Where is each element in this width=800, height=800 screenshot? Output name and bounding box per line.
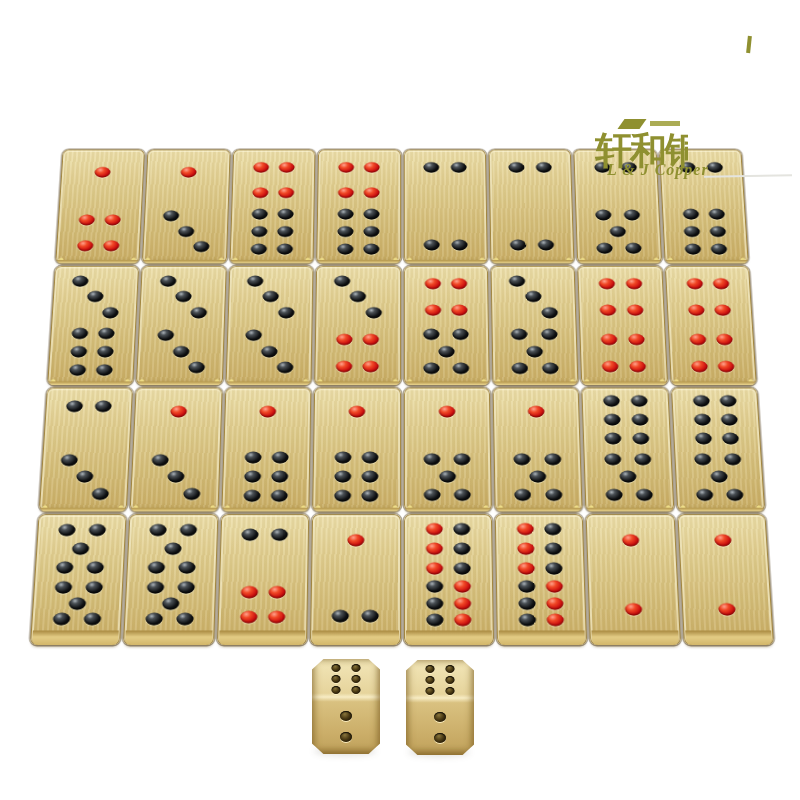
pip-black [271, 471, 288, 483]
tile-bottom-half [583, 206, 654, 258]
tile-top-half [323, 270, 393, 323]
tile-top-half [411, 270, 481, 323]
pip-black [278, 307, 294, 318]
die-pip [351, 675, 360, 683]
pip-black [720, 395, 737, 407]
pip-black [679, 162, 695, 173]
pip-black [178, 226, 194, 237]
pip-red [625, 278, 641, 289]
die-pip [445, 665, 454, 673]
tile-top-half [235, 270, 306, 323]
pip-black [610, 226, 626, 237]
tile-bottom-half [688, 579, 764, 628]
pip-red [714, 305, 731, 316]
tile-top-half [500, 392, 573, 447]
pip-black [544, 523, 561, 535]
pip-black [69, 364, 86, 375]
tile-top-half [239, 154, 308, 205]
pip-black [603, 395, 620, 407]
logo-bar-line [650, 121, 680, 126]
tile-top-half [411, 392, 483, 447]
pip-red [240, 611, 257, 623]
die-pip [351, 664, 360, 672]
pip-red [103, 240, 119, 251]
pip-black [102, 307, 119, 318]
tile-bottom-half [682, 449, 757, 506]
tile-bottom-half [233, 324, 305, 378]
pip-black [684, 226, 700, 237]
tile-bottom-half [132, 579, 208, 628]
pip-black [518, 597, 535, 609]
pip-black [515, 489, 532, 501]
pip-red [336, 334, 352, 345]
die-pip [434, 712, 446, 722]
pip-black [271, 490, 288, 502]
pip-black [709, 209, 725, 220]
pip-black [423, 363, 439, 374]
pip-black [683, 209, 699, 220]
pip-black [596, 243, 612, 254]
domino-tile-6-5 [582, 387, 674, 511]
pip-black [509, 162, 525, 173]
pip-red [602, 361, 619, 372]
pip-black [606, 489, 623, 501]
tile-bottom-half [225, 579, 300, 628]
pip-red [627, 305, 643, 316]
pip-red [691, 361, 708, 372]
pip-black [157, 330, 174, 341]
die-pip [340, 711, 352, 721]
pip-black [512, 363, 528, 374]
tile-bottom-half [55, 324, 128, 378]
pip-black [710, 471, 727, 483]
tile-top-half [666, 154, 737, 205]
pip-black [86, 561, 103, 573]
pip-black [695, 433, 712, 445]
pip-black [251, 226, 267, 237]
pip-black [245, 452, 262, 464]
tile-bottom-half [669, 206, 741, 258]
pip-black [525, 291, 541, 302]
pip-red [454, 597, 471, 609]
pip-black [162, 597, 179, 609]
pip-black [451, 239, 467, 250]
tile-bottom-half [138, 449, 212, 506]
die-front-face-2 [414, 702, 466, 751]
tile-top-half [679, 392, 753, 447]
tile-bottom-half [320, 449, 392, 506]
pip-black [245, 330, 261, 341]
tile-top-half [411, 520, 484, 578]
tile-top-half [325, 154, 393, 205]
tile-top-half [42, 520, 118, 578]
tile-bottom-half [39, 579, 115, 628]
pip-black [693, 395, 710, 407]
pip-black [188, 362, 205, 373]
pip-black [96, 364, 113, 375]
pip-red [547, 614, 564, 627]
die-front-face-2 [320, 701, 372, 750]
pip-black [621, 162, 637, 173]
pip-black [69, 597, 87, 609]
pip-black [97, 346, 114, 357]
pip-black [332, 610, 349, 622]
pip-black [350, 291, 366, 302]
domino-tile-1-1 [677, 514, 774, 645]
pip-black [450, 162, 466, 173]
pip-black [193, 242, 209, 253]
pip-black [92, 488, 109, 500]
pip-black [453, 363, 469, 374]
tile-top-half [141, 392, 214, 447]
pip-black [518, 581, 535, 593]
tile-top-half [585, 270, 657, 323]
pip-black [453, 328, 469, 339]
domino-tile-6-6 [403, 514, 493, 645]
pip-black [244, 471, 261, 483]
pip-black [545, 562, 562, 574]
pip-red [451, 278, 467, 289]
tile-bottom-half [412, 579, 486, 628]
pip-black [148, 561, 165, 573]
pip-red [546, 597, 563, 609]
pip-red [716, 334, 733, 345]
pip-red [546, 581, 563, 593]
tile-bottom-half [501, 449, 574, 506]
die-pip [351, 686, 360, 694]
pip-black [438, 346, 454, 357]
pip-red [517, 523, 534, 535]
pip-red [253, 162, 269, 173]
pip-black [263, 291, 279, 302]
pip-black [630, 395, 647, 407]
die-pip [340, 732, 352, 742]
pip-red [601, 334, 618, 345]
domino-tile-1-5 [493, 387, 583, 511]
domino-tile-3-5 [490, 266, 578, 385]
pip-red [426, 523, 443, 535]
pip-black [180, 524, 197, 536]
pip-red [364, 162, 380, 173]
tile-bottom-half [504, 579, 579, 628]
die-pip [332, 664, 341, 672]
pip-red [439, 406, 455, 418]
pip-black [183, 488, 200, 500]
pip-black [172, 346, 189, 357]
pip-red [170, 406, 187, 418]
pip-black [453, 542, 470, 554]
pip-black [624, 210, 640, 221]
pip-black [424, 239, 440, 250]
pip-red [718, 603, 736, 615]
pip-black [426, 614, 443, 627]
pip-black [721, 414, 738, 426]
pip-black [338, 209, 354, 220]
pip-red [426, 542, 443, 554]
pip-black [335, 471, 352, 483]
pip-red [426, 562, 443, 574]
die-pip [426, 687, 435, 695]
pip-black [636, 489, 653, 501]
die-pip [445, 676, 454, 684]
pip-black [604, 453, 621, 465]
die-pip [426, 676, 435, 684]
tile-bottom-half [324, 206, 393, 258]
tile-top-half [153, 154, 223, 205]
tile-bottom-half [587, 324, 659, 378]
tile-top-half [67, 154, 138, 205]
tile-top-half [581, 154, 651, 205]
pip-red [686, 278, 703, 289]
domino-tile-1-6 [221, 387, 311, 511]
pip-black [334, 275, 350, 286]
pip-red [268, 611, 285, 623]
tile-bottom-half [63, 206, 135, 258]
pip-red [629, 361, 646, 372]
tile-top-half [685, 520, 761, 578]
pip-black [625, 243, 641, 254]
pip-black [160, 275, 176, 286]
tile-bottom-half [596, 579, 672, 628]
pip-red [718, 361, 735, 372]
pip-black [424, 453, 441, 465]
pip-black [362, 452, 379, 464]
pip-red [517, 542, 534, 554]
domino-tile-1-6 [312, 387, 400, 511]
pip-red [425, 305, 441, 316]
pip-black [88, 524, 105, 536]
die-top-face-6 [319, 662, 373, 696]
pip-red [278, 187, 294, 198]
pip-black [149, 524, 166, 536]
pip-black [58, 524, 75, 536]
pip-black [261, 346, 277, 357]
pip-black [694, 414, 711, 426]
domino-tile-3-3 [225, 266, 313, 385]
pip-black [83, 613, 101, 625]
pip-black [334, 490, 351, 502]
pip-black [529, 471, 546, 483]
pip-black [538, 239, 554, 250]
pip-black [164, 542, 181, 554]
domino-tile-1-1 [586, 514, 681, 645]
tile-top-half [59, 270, 132, 323]
tile-top-half [321, 392, 393, 447]
pip-black [362, 471, 379, 483]
pip-black [454, 453, 471, 465]
pip-black [706, 162, 722, 173]
pip-red [454, 581, 471, 593]
pip-black [271, 528, 288, 540]
pip-black [545, 542, 562, 554]
tile-bottom-half [592, 449, 666, 506]
pip-red [628, 334, 645, 345]
tile-bottom-half [319, 579, 393, 628]
pip-black [710, 226, 726, 237]
domino-tile-4-6 [229, 150, 315, 264]
domino-tile-6-5 [671, 387, 765, 511]
brass-die-right [406, 660, 474, 755]
pip-black [72, 275, 89, 286]
domino-tile-5-5 [30, 514, 127, 645]
pip-black [453, 562, 470, 574]
pip-red [364, 187, 380, 198]
pip-black [711, 244, 727, 255]
pip-black [95, 401, 112, 413]
pip-black [454, 489, 471, 501]
pip-black [727, 489, 744, 501]
pip-black [364, 209, 380, 220]
pip-red [425, 278, 441, 289]
pip-black [272, 452, 289, 464]
pip-black [362, 490, 379, 502]
pip-black [87, 291, 104, 302]
pip-black [72, 542, 89, 554]
pip-black [519, 614, 536, 627]
pip-red [451, 305, 467, 316]
pip-black [366, 307, 382, 318]
brass-die-left [312, 659, 380, 754]
pip-black [362, 610, 379, 622]
tile-top-half [411, 154, 479, 205]
pip-red [713, 278, 730, 289]
die-pip [332, 686, 341, 694]
logo-bar-parallelogram [617, 119, 646, 129]
tile-bottom-half [499, 324, 571, 378]
pip-black [545, 489, 562, 501]
tile-top-half [147, 270, 219, 323]
domino-tile-2-6 [659, 150, 749, 264]
pip-black [595, 210, 611, 221]
pip-black [85, 581, 103, 593]
die-pip [434, 733, 446, 743]
tile-bottom-half [237, 206, 307, 258]
pip-black [190, 307, 206, 318]
domino-tile-3-4 [314, 266, 400, 385]
pip-black [277, 244, 293, 255]
die-pip [426, 665, 435, 673]
domino-tile-3-3 [136, 266, 226, 385]
pip-red [279, 162, 295, 173]
pip-black [453, 523, 470, 535]
pip-black [147, 581, 164, 593]
pip-black [696, 489, 713, 501]
pip-black [247, 275, 263, 286]
pip-black [54, 581, 72, 593]
pip-black [98, 327, 115, 338]
pip-black [544, 453, 561, 465]
pip-black [242, 528, 259, 540]
domino-tile-4-5 [403, 266, 489, 385]
pip-black [724, 453, 741, 465]
pip-black [510, 239, 526, 250]
pip-black [76, 471, 93, 483]
tile-bottom-half [150, 206, 221, 258]
domino-tile-4-4 [665, 266, 757, 385]
pip-black [364, 226, 380, 237]
pip-black [439, 471, 456, 483]
pip-black [694, 453, 711, 465]
tile-top-half [496, 154, 565, 205]
pip-black [179, 561, 196, 573]
pip-red [336, 361, 352, 372]
pip-black [604, 414, 621, 426]
pip-black [167, 471, 184, 483]
domino-tile-1-3 [142, 150, 230, 264]
pip-black [243, 490, 260, 502]
domino-tile-2-5 [574, 150, 662, 264]
die-top-face-6 [413, 663, 467, 697]
pip-red [180, 167, 196, 178]
pip-red [77, 240, 93, 251]
pip-black [277, 362, 293, 373]
domino-tile-1-4 [55, 150, 145, 264]
pip-black [72, 327, 89, 338]
pip-black [541, 328, 557, 339]
pip-black [163, 211, 179, 222]
domino-tile-5-5 [123, 514, 218, 645]
pip-red [599, 278, 615, 289]
tile-bottom-half [47, 449, 122, 506]
tile-bottom-half [411, 324, 482, 378]
tile-top-half [319, 520, 392, 578]
die-pip [332, 675, 341, 683]
pip-black [542, 307, 558, 318]
pip-black [423, 162, 439, 173]
product-photo: 轩和铜 L & J Copper [0, 0, 800, 800]
tile-bottom-half [411, 206, 480, 258]
logo-tick-mark [746, 36, 752, 53]
pip-red [79, 215, 95, 226]
pip-black [536, 162, 552, 173]
pip-red [600, 305, 616, 316]
tile-bottom-half [229, 449, 302, 506]
tile-bottom-half [497, 206, 567, 258]
tile-bottom-half [144, 324, 216, 378]
pip-black [61, 454, 78, 466]
pip-black [426, 581, 443, 593]
tile-bottom-half [322, 324, 393, 378]
domino-tile-4-6 [316, 150, 400, 264]
pip-black [632, 433, 649, 445]
pip-black [145, 613, 162, 625]
tile-top-half [51, 392, 125, 447]
pip-black [722, 433, 739, 445]
pip-black [151, 454, 168, 466]
pip-black [594, 162, 610, 173]
pip-red [528, 406, 545, 418]
pip-black [338, 226, 354, 237]
pip-red [625, 603, 642, 615]
pip-black [338, 244, 354, 255]
pip-black [605, 433, 622, 445]
pip-red [95, 167, 111, 178]
pip-black [175, 291, 191, 302]
pip-black [66, 401, 83, 413]
pip-red [105, 215, 121, 226]
tile-top-half [503, 520, 577, 578]
tile-top-half [672, 270, 745, 323]
pip-black [634, 453, 651, 465]
pip-black [71, 346, 88, 357]
pip-black [511, 328, 527, 339]
pip-black [424, 489, 441, 501]
pip-red [348, 534, 365, 546]
pip-black [426, 597, 443, 609]
pip-black [252, 209, 268, 220]
domino-board [30, 150, 774, 645]
pip-red [714, 534, 731, 546]
